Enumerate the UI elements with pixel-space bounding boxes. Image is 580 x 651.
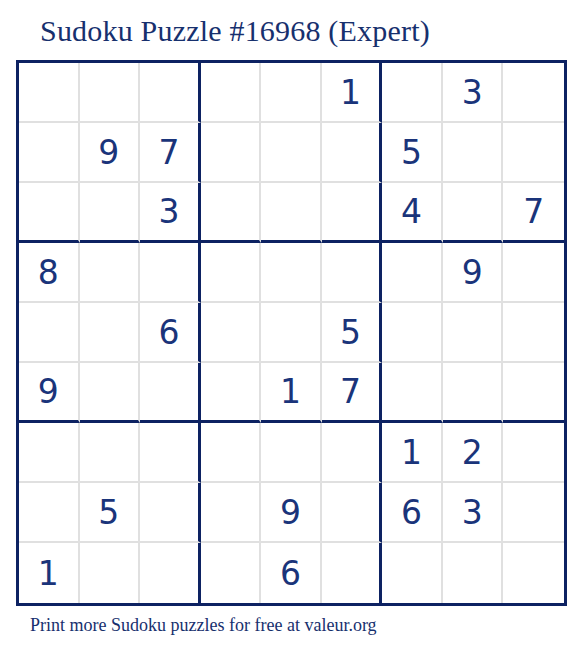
sudoku-cell[interactable]	[201, 123, 262, 183]
sudoku-cell[interactable]: 6	[382, 483, 443, 543]
sudoku-cell[interactable]	[19, 183, 80, 243]
sudoku-cell[interactable]	[201, 63, 262, 123]
sudoku-cell[interactable]	[443, 543, 504, 603]
sudoku-cell[interactable]	[201, 183, 262, 243]
sudoku-cell[interactable]	[261, 303, 322, 363]
sudoku-cell[interactable]	[19, 423, 80, 483]
sudoku-cell[interactable]	[443, 123, 504, 183]
sudoku-cell[interactable]: 8	[19, 243, 80, 303]
sudoku-cell[interactable]	[261, 423, 322, 483]
sudoku-cell[interactable]	[80, 363, 141, 423]
sudoku-cell[interactable]	[261, 243, 322, 303]
sudoku-cell[interactable]: 3	[140, 183, 201, 243]
sudoku-cell[interactable]: 2	[443, 423, 504, 483]
sudoku-cell[interactable]: 9	[261, 483, 322, 543]
sudoku-cell[interactable]	[201, 423, 262, 483]
sudoku-cell[interactable]	[201, 303, 262, 363]
sudoku-cell[interactable]	[322, 123, 383, 183]
sudoku-cell[interactable]	[322, 543, 383, 603]
sudoku-cell[interactable]	[322, 243, 383, 303]
sudoku-cell[interactable]	[443, 363, 504, 423]
sudoku-cell[interactable]	[261, 63, 322, 123]
sudoku-cell[interactable]: 7	[322, 363, 383, 423]
sudoku-cell[interactable]: 7	[503, 183, 564, 243]
sudoku-cell[interactable]	[261, 183, 322, 243]
sudoku-cell[interactable]	[140, 363, 201, 423]
sudoku-cell[interactable]: 5	[322, 303, 383, 363]
sudoku-cell[interactable]: 6	[140, 303, 201, 363]
sudoku-cell[interactable]	[201, 363, 262, 423]
sudoku-cell[interactable]	[503, 123, 564, 183]
sudoku-cell[interactable]: 9	[443, 243, 504, 303]
sudoku-cell[interactable]	[322, 183, 383, 243]
sudoku-cell[interactable]	[80, 303, 141, 363]
sudoku-cell[interactable]	[140, 423, 201, 483]
sudoku-cell[interactable]	[443, 183, 504, 243]
sudoku-cell[interactable]	[201, 243, 262, 303]
sudoku-page: Sudoku Puzzle #16968 (Expert) 1397534789…	[0, 0, 580, 651]
sudoku-cell[interactable]	[140, 243, 201, 303]
sudoku-cell[interactable]	[503, 363, 564, 423]
sudoku-cell[interactable]	[382, 363, 443, 423]
sudoku-cell[interactable]	[140, 63, 201, 123]
sudoku-cell[interactable]	[503, 63, 564, 123]
sudoku-cell[interactable]	[19, 123, 80, 183]
sudoku-cell[interactable]	[503, 423, 564, 483]
sudoku-cell[interactable]	[19, 63, 80, 123]
sudoku-cell[interactable]	[503, 303, 564, 363]
sudoku-cell[interactable]	[503, 543, 564, 603]
sudoku-cell[interactable]	[322, 483, 383, 543]
sudoku-cell[interactable]	[80, 423, 141, 483]
sudoku-cell[interactable]: 9	[80, 123, 141, 183]
sudoku-cell[interactable]: 1	[261, 363, 322, 423]
sudoku-cell[interactable]: 1	[322, 63, 383, 123]
sudoku-cell[interactable]: 5	[382, 123, 443, 183]
sudoku-cell[interactable]	[382, 303, 443, 363]
sudoku-cell[interactable]	[19, 483, 80, 543]
sudoku-cell[interactable]	[322, 423, 383, 483]
sudoku-cell[interactable]	[443, 303, 504, 363]
sudoku-board: 13975347896591712596316	[16, 60, 567, 606]
sudoku-cell[interactable]	[261, 123, 322, 183]
sudoku-cell[interactable]: 7	[140, 123, 201, 183]
sudoku-cell[interactable]: 4	[382, 183, 443, 243]
sudoku-cell[interactable]	[503, 483, 564, 543]
sudoku-cell[interactable]	[80, 63, 141, 123]
sudoku-cell[interactable]	[80, 243, 141, 303]
sudoku-cell[interactable]: 1	[19, 543, 80, 603]
sudoku-cell[interactable]	[201, 483, 262, 543]
sudoku-cell[interactable]	[503, 243, 564, 303]
footer-text: Print more Sudoku puzzles for free at va…	[30, 615, 377, 636]
sudoku-cell[interactable]	[140, 543, 201, 603]
sudoku-cell[interactable]	[19, 303, 80, 363]
sudoku-cell[interactable]	[382, 63, 443, 123]
sudoku-cell[interactable]	[382, 243, 443, 303]
sudoku-cell[interactable]: 3	[443, 483, 504, 543]
sudoku-cell[interactable]: 5	[80, 483, 141, 543]
sudoku-cell[interactable]: 3	[443, 63, 504, 123]
sudoku-cell[interactable]	[80, 183, 141, 243]
sudoku-cell[interactable]	[382, 543, 443, 603]
sudoku-cell[interactable]	[201, 543, 262, 603]
sudoku-cell[interactable]	[140, 483, 201, 543]
sudoku-cell[interactable]: 1	[382, 423, 443, 483]
sudoku-cell[interactable]	[80, 543, 141, 603]
page-title: Sudoku Puzzle #16968 (Expert)	[40, 14, 430, 48]
sudoku-cell[interactable]: 6	[261, 543, 322, 603]
sudoku-cell[interactable]: 9	[19, 363, 80, 423]
